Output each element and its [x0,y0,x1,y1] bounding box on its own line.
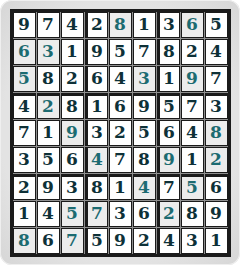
cell-r4c1[interactable]: 4 [13,93,36,119]
cell-r9c6[interactable]: 2 [133,228,156,254]
cell-r2c8[interactable]: 2 [181,39,204,65]
cell-r7c3[interactable]: 3 [61,174,84,200]
cell-r9c3[interactable]: 7 [61,228,84,254]
cell-r5c9[interactable]: 8 [205,120,228,146]
cell-r8c3[interactable]: 5 [61,201,84,227]
cell-r7c6[interactable]: 4 [133,174,156,200]
cell-r8c1[interactable]: 1 [13,201,36,227]
cell-r2c9[interactable]: 4 [205,39,228,65]
cell-r5c3[interactable]: 9 [61,120,84,146]
cell-r6c6[interactable]: 8 [133,147,156,173]
cell-r9c9[interactable]: 1 [205,228,228,254]
cell-r4c5[interactable]: 6 [109,93,132,119]
cell-r2c6[interactable]: 7 [133,39,156,65]
cell-r3c9[interactable]: 7 [205,66,228,92]
cell-r5c8[interactable]: 4 [181,120,204,146]
cell-r4c6[interactable]: 9 [133,93,156,119]
cell-r5c2[interactable]: 1 [37,120,60,146]
cell-r4c9[interactable]: 3 [205,93,228,119]
cell-r8c8[interactable]: 8 [181,201,204,227]
cell-r8c6[interactable]: 6 [133,201,156,227]
cell-r3c3[interactable]: 2 [61,66,84,92]
screenshot-viewport: 9742813656319578245826431974281695737193… [0,0,240,265]
cell-r6c9[interactable]: 2 [205,147,228,173]
cell-r6c7[interactable]: 9 [157,147,180,173]
cell-r1c2[interactable]: 7 [37,12,60,38]
cell-r6c3[interactable]: 6 [61,147,84,173]
cell-r9c8[interactable]: 3 [181,228,204,254]
cell-r1c9[interactable]: 5 [205,12,228,38]
cell-r7c1[interactable]: 2 [13,174,36,200]
cell-r8c4[interactable]: 7 [85,201,108,227]
cell-r6c8[interactable]: 1 [181,147,204,173]
cell-r6c2[interactable]: 5 [37,147,60,173]
sudoku-frame: 9742813656319578245826431974281695737193… [0,0,240,265]
cell-r8c7[interactable]: 2 [157,201,180,227]
cell-r8c5[interactable]: 3 [109,201,132,227]
cell-r5c5[interactable]: 2 [109,120,132,146]
cell-r9c1[interactable]: 8 [13,228,36,254]
cell-r1c6[interactable]: 1 [133,12,156,38]
cell-r9c7[interactable]: 4 [157,228,180,254]
cell-r6c1[interactable]: 3 [13,147,36,173]
cell-r1c5[interactable]: 8 [109,12,132,38]
cell-r2c4[interactable]: 9 [85,39,108,65]
cell-r5c6[interactable]: 5 [133,120,156,146]
cell-r7c2[interactable]: 9 [37,174,60,200]
cell-r3c2[interactable]: 8 [37,66,60,92]
cell-r9c5[interactable]: 9 [109,228,132,254]
cell-r4c7[interactable]: 5 [157,93,180,119]
cell-r4c2[interactable]: 2 [37,93,60,119]
cell-r7c7[interactable]: 7 [157,174,180,200]
cell-r2c2[interactable]: 3 [37,39,60,65]
cell-r3c7[interactable]: 1 [157,66,180,92]
cell-r3c4[interactable]: 6 [85,66,108,92]
cell-r8c2[interactable]: 4 [37,201,60,227]
cell-r4c8[interactable]: 7 [181,93,204,119]
cell-r5c7[interactable]: 6 [157,120,180,146]
cell-r3c5[interactable]: 4 [109,66,132,92]
cell-r3c8[interactable]: 9 [181,66,204,92]
cell-r8c9[interactable]: 9 [205,201,228,227]
cell-r5c1[interactable]: 7 [13,120,36,146]
cell-r7c8[interactable]: 5 [181,174,204,200]
cell-r1c8[interactable]: 6 [181,12,204,38]
cell-r1c1[interactable]: 9 [13,12,36,38]
cell-r2c5[interactable]: 5 [109,39,132,65]
cell-r5c4[interactable]: 3 [85,120,108,146]
cell-r2c7[interactable]: 8 [157,39,180,65]
cell-r6c5[interactable]: 7 [109,147,132,173]
cell-r1c4[interactable]: 2 [85,12,108,38]
cell-r9c2[interactable]: 6 [37,228,60,254]
cell-r2c3[interactable]: 1 [61,39,84,65]
cell-r4c3[interactable]: 8 [61,93,84,119]
cell-r6c4[interactable]: 4 [85,147,108,173]
cell-r7c9[interactable]: 6 [205,174,228,200]
cell-r7c5[interactable]: 1 [109,174,132,200]
cell-r4c4[interactable]: 1 [85,93,108,119]
cell-r7c4[interactable]: 8 [85,174,108,200]
cell-r3c6[interactable]: 3 [133,66,156,92]
cell-r1c7[interactable]: 3 [157,12,180,38]
cell-r3c1[interactable]: 5 [13,66,36,92]
cell-r1c3[interactable]: 4 [61,12,84,38]
sudoku-board: 9742813656319578245826431974281695737193… [10,9,231,257]
cell-r2c1[interactable]: 6 [13,39,36,65]
cell-r9c4[interactable]: 5 [85,228,108,254]
